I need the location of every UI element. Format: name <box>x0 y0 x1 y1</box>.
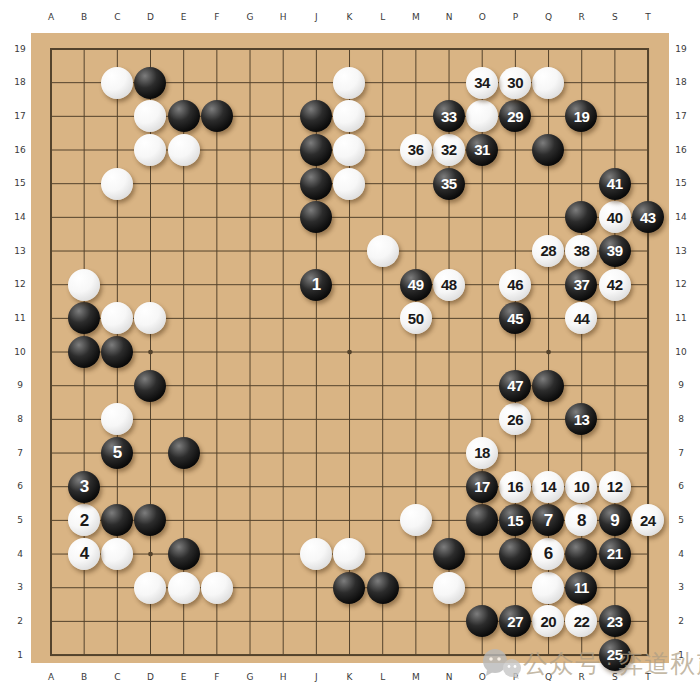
move-number: 38 <box>574 243 590 258</box>
stone-J15 <box>300 168 332 200</box>
stone-K18 <box>333 67 365 99</box>
row-label-left-2: 2 <box>9 616 31 627</box>
stone-T14: 43 <box>632 201 664 233</box>
move-number: 20 <box>540 614 556 629</box>
row-label-left-7: 7 <box>9 448 31 459</box>
stone-R8: 13 <box>565 403 597 435</box>
stone-M16: 36 <box>400 134 432 166</box>
stone-C7: 5 <box>101 437 133 469</box>
stone-O5 <box>466 504 498 536</box>
row-label-right-1: 1 <box>670 650 692 661</box>
row-label-right-16: 16 <box>670 145 692 156</box>
col-label-bottom-Q: Q <box>538 672 560 683</box>
row-label-right-8: 8 <box>670 414 692 425</box>
stone-D9 <box>134 370 166 402</box>
col-label-bottom-E: E <box>173 672 195 683</box>
col-label-top-Q: Q <box>538 12 560 23</box>
col-label-bottom-F: F <box>206 672 228 683</box>
move-number: 5 <box>113 444 122 461</box>
move-number: 9 <box>610 512 619 529</box>
row-label-left-12: 12 <box>9 279 31 290</box>
col-label-top-R: R <box>571 12 593 23</box>
row-label-left-15: 15 <box>9 178 31 189</box>
move-number: 29 <box>507 109 523 124</box>
col-label-bottom-T: T <box>637 672 659 683</box>
stone-S4: 21 <box>599 538 631 570</box>
stone-C18 <box>101 67 133 99</box>
stone-Q13: 28 <box>532 235 564 267</box>
row-label-left-4: 4 <box>9 549 31 560</box>
stone-R13: 38 <box>565 235 597 267</box>
stone-B4: 4 <box>68 538 100 570</box>
stone-R5: 8 <box>565 504 597 536</box>
stone-N17: 33 <box>433 100 465 132</box>
stone-S15: 41 <box>599 168 631 200</box>
stone-S1: 25 <box>599 639 631 671</box>
stone-P8: 26 <box>499 403 531 435</box>
col-label-bottom-S: S <box>604 672 626 683</box>
stone-Q5: 7 <box>532 504 564 536</box>
row-label-left-19: 19 <box>9 44 31 55</box>
stone-J16 <box>300 134 332 166</box>
row-label-left-9: 9 <box>9 380 31 391</box>
move-number: 14 <box>540 479 556 494</box>
stone-N16: 32 <box>433 134 465 166</box>
move-number: 35 <box>441 176 457 191</box>
col-label-top-L: L <box>372 12 394 23</box>
stone-P6: 16 <box>499 471 531 503</box>
stone-M12: 49 <box>400 269 432 301</box>
col-label-bottom-L: L <box>372 672 394 683</box>
col-label-bottom-P: P <box>504 672 526 683</box>
go-diagram-page: 1234567891011121314151617181920212223242… <box>0 0 700 700</box>
stone-L3 <box>367 572 399 604</box>
row-label-left-10: 10 <box>9 347 31 358</box>
stone-S12: 42 <box>599 269 631 301</box>
stone-L13 <box>367 235 399 267</box>
stone-B11 <box>68 302 100 334</box>
stone-D17 <box>134 100 166 132</box>
stones-layer: 1234567891011121314151617181920212223242… <box>34 32 664 672</box>
col-label-bottom-O: O <box>471 672 493 683</box>
stone-K4 <box>333 538 365 570</box>
move-number: 42 <box>607 277 623 292</box>
row-label-right-18: 18 <box>670 77 692 88</box>
stone-B10 <box>68 336 100 368</box>
move-number: 1 <box>312 276 321 293</box>
col-label-bottom-R: R <box>571 672 593 683</box>
stone-Q18 <box>532 67 564 99</box>
stone-S5: 9 <box>599 504 631 536</box>
stone-J17 <box>300 100 332 132</box>
stone-E4 <box>168 538 200 570</box>
stone-R14 <box>565 201 597 233</box>
stone-P5: 15 <box>499 504 531 536</box>
move-number: 37 <box>574 277 590 292</box>
move-number: 43 <box>640 210 656 225</box>
stone-P4 <box>499 538 531 570</box>
move-number: 28 <box>540 243 556 258</box>
stone-R3: 11 <box>565 572 597 604</box>
stone-D5 <box>134 504 166 536</box>
stone-E17 <box>168 100 200 132</box>
stone-K15 <box>333 168 365 200</box>
stone-R12: 37 <box>565 269 597 301</box>
col-label-bottom-M: M <box>405 672 427 683</box>
move-number: 41 <box>607 176 623 191</box>
stone-D16 <box>134 134 166 166</box>
row-label-left-5: 5 <box>9 515 31 526</box>
stone-O16: 31 <box>466 134 498 166</box>
move-number: 39 <box>607 243 623 258</box>
stone-S2: 23 <box>599 605 631 637</box>
col-label-top-M: M <box>405 12 427 23</box>
stone-N15: 35 <box>433 168 465 200</box>
row-label-right-11: 11 <box>670 313 692 324</box>
stone-C11 <box>101 302 133 334</box>
move-number: 31 <box>474 142 490 157</box>
stone-O17 <box>466 100 498 132</box>
move-number: 32 <box>441 142 457 157</box>
move-number: 47 <box>507 378 523 393</box>
stone-P18: 30 <box>499 67 531 99</box>
row-label-left-16: 16 <box>9 145 31 156</box>
stone-P17: 29 <box>499 100 531 132</box>
move-number: 44 <box>574 311 590 326</box>
move-number: 17 <box>474 479 490 494</box>
move-number: 19 <box>574 109 590 124</box>
stone-K17 <box>333 100 365 132</box>
col-label-bottom-K: K <box>339 672 361 683</box>
col-label-top-F: F <box>206 12 228 23</box>
move-number: 27 <box>507 614 523 629</box>
col-label-top-B: B <box>73 12 95 23</box>
move-number: 18 <box>474 445 490 460</box>
col-label-top-N: N <box>438 12 460 23</box>
row-label-right-13: 13 <box>670 246 692 257</box>
row-label-right-10: 10 <box>670 347 692 358</box>
stone-P9: 47 <box>499 370 531 402</box>
stone-C10 <box>101 336 133 368</box>
stone-E16 <box>168 134 200 166</box>
stone-D11 <box>134 302 166 334</box>
move-number: 30 <box>507 75 523 90</box>
stone-C15 <box>101 168 133 200</box>
move-number: 33 <box>441 109 457 124</box>
row-label-left-3: 3 <box>9 582 31 593</box>
move-number: 26 <box>507 412 523 427</box>
move-number: 22 <box>574 614 590 629</box>
move-number: 10 <box>574 479 590 494</box>
col-label-top-S: S <box>604 12 626 23</box>
stone-C5 <box>101 504 133 536</box>
stone-D18 <box>134 67 166 99</box>
row-label-left-11: 11 <box>9 313 31 324</box>
row-label-right-9: 9 <box>670 380 692 391</box>
move-number: 12 <box>607 479 623 494</box>
row-label-right-19: 19 <box>670 44 692 55</box>
col-label-bottom-C: C <box>106 672 128 683</box>
col-label-top-J: J <box>305 12 327 23</box>
stone-S6: 12 <box>599 471 631 503</box>
row-label-right-14: 14 <box>670 212 692 223</box>
col-label-top-E: E <box>173 12 195 23</box>
stone-N3 <box>433 572 465 604</box>
col-label-bottom-J: J <box>305 672 327 683</box>
col-label-bottom-N: N <box>438 672 460 683</box>
row-label-right-6: 6 <box>670 481 692 492</box>
move-number: 34 <box>474 75 490 90</box>
row-label-left-18: 18 <box>9 77 31 88</box>
stone-O6: 17 <box>466 471 498 503</box>
stone-O18: 34 <box>466 67 498 99</box>
row-label-right-15: 15 <box>670 178 692 189</box>
stone-M5 <box>400 504 432 536</box>
row-label-right-2: 2 <box>670 616 692 627</box>
row-label-left-6: 6 <box>9 481 31 492</box>
stone-R17: 19 <box>565 100 597 132</box>
stone-N12: 48 <box>433 269 465 301</box>
stone-Q9 <box>532 370 564 402</box>
move-number: 45 <box>507 311 523 326</box>
stone-R6: 10 <box>565 471 597 503</box>
move-number: 40 <box>607 210 623 225</box>
move-number: 15 <box>507 513 523 528</box>
move-number: 50 <box>408 311 424 326</box>
col-label-top-G: G <box>239 12 261 23</box>
move-number: 8 <box>577 512 586 529</box>
stone-F3 <box>201 572 233 604</box>
stone-C4 <box>101 538 133 570</box>
col-label-top-T: T <box>637 12 659 23</box>
stone-C8 <box>101 403 133 435</box>
col-label-bottom-D: D <box>140 672 162 683</box>
col-label-top-P: P <box>504 12 526 23</box>
stone-Q3 <box>532 572 564 604</box>
row-label-left-1: 1 <box>9 650 31 661</box>
stone-Q2: 20 <box>532 605 564 637</box>
stone-R4 <box>565 538 597 570</box>
move-number: 21 <box>607 546 623 561</box>
col-label-top-H: H <box>272 12 294 23</box>
move-number: 49 <box>408 277 424 292</box>
row-label-left-14: 14 <box>9 212 31 223</box>
stone-S13: 39 <box>599 235 631 267</box>
row-label-right-17: 17 <box>670 111 692 122</box>
col-label-top-O: O <box>471 12 493 23</box>
go-board: 1234567891011121314151617181920212223242… <box>31 33 669 663</box>
col-label-bottom-A: A <box>40 672 62 683</box>
stone-O2 <box>466 605 498 637</box>
move-number: 4 <box>80 545 89 562</box>
move-number: 13 <box>574 412 590 427</box>
row-label-right-7: 7 <box>670 448 692 459</box>
stone-E7 <box>168 437 200 469</box>
stone-S14: 40 <box>599 201 631 233</box>
stone-J12: 1 <box>300 269 332 301</box>
stone-P11: 45 <box>499 302 531 334</box>
stone-R2: 22 <box>565 605 597 637</box>
col-label-top-D: D <box>140 12 162 23</box>
col-label-bottom-B: B <box>73 672 95 683</box>
col-label-top-C: C <box>106 12 128 23</box>
stone-E3 <box>168 572 200 604</box>
row-label-right-4: 4 <box>670 549 692 560</box>
move-number: 23 <box>607 614 623 629</box>
col-label-top-K: K <box>339 12 361 23</box>
row-label-left-13: 13 <box>9 246 31 257</box>
move-number: 46 <box>507 277 523 292</box>
move-number: 25 <box>607 647 623 662</box>
row-label-left-17: 17 <box>9 111 31 122</box>
col-label-top-A: A <box>40 12 62 23</box>
stone-O7: 18 <box>466 437 498 469</box>
stone-J4 <box>300 538 332 570</box>
move-number: 24 <box>640 513 656 528</box>
stone-K3 <box>333 572 365 604</box>
move-number: 3 <box>80 478 89 495</box>
stone-D3 <box>134 572 166 604</box>
stone-Q4: 6 <box>532 538 564 570</box>
move-number: 48 <box>441 277 457 292</box>
stone-J14 <box>300 201 332 233</box>
stone-N4 <box>433 538 465 570</box>
row-label-right-5: 5 <box>670 515 692 526</box>
stone-Q16 <box>532 134 564 166</box>
move-number: 7 <box>544 512 553 529</box>
stone-Q6: 14 <box>532 471 564 503</box>
row-label-left-8: 8 <box>9 414 31 425</box>
stone-B12 <box>68 269 100 301</box>
move-number: 6 <box>544 545 553 562</box>
stone-R11: 44 <box>565 302 597 334</box>
col-label-bottom-H: H <box>272 672 294 683</box>
col-label-bottom-G: G <box>239 672 261 683</box>
stone-T5: 24 <box>632 504 664 536</box>
move-number: 16 <box>507 479 523 494</box>
stone-M11: 50 <box>400 302 432 334</box>
stone-B5: 2 <box>68 504 100 536</box>
row-label-right-3: 3 <box>670 582 692 593</box>
stone-P12: 46 <box>499 269 531 301</box>
row-label-right-12: 12 <box>670 279 692 290</box>
move-number: 36 <box>408 142 424 157</box>
stone-K16 <box>333 134 365 166</box>
stone-F17 <box>201 100 233 132</box>
stone-B6: 3 <box>68 471 100 503</box>
stone-P2: 27 <box>499 605 531 637</box>
move-number: 2 <box>80 512 89 529</box>
move-number: 11 <box>574 580 589 595</box>
